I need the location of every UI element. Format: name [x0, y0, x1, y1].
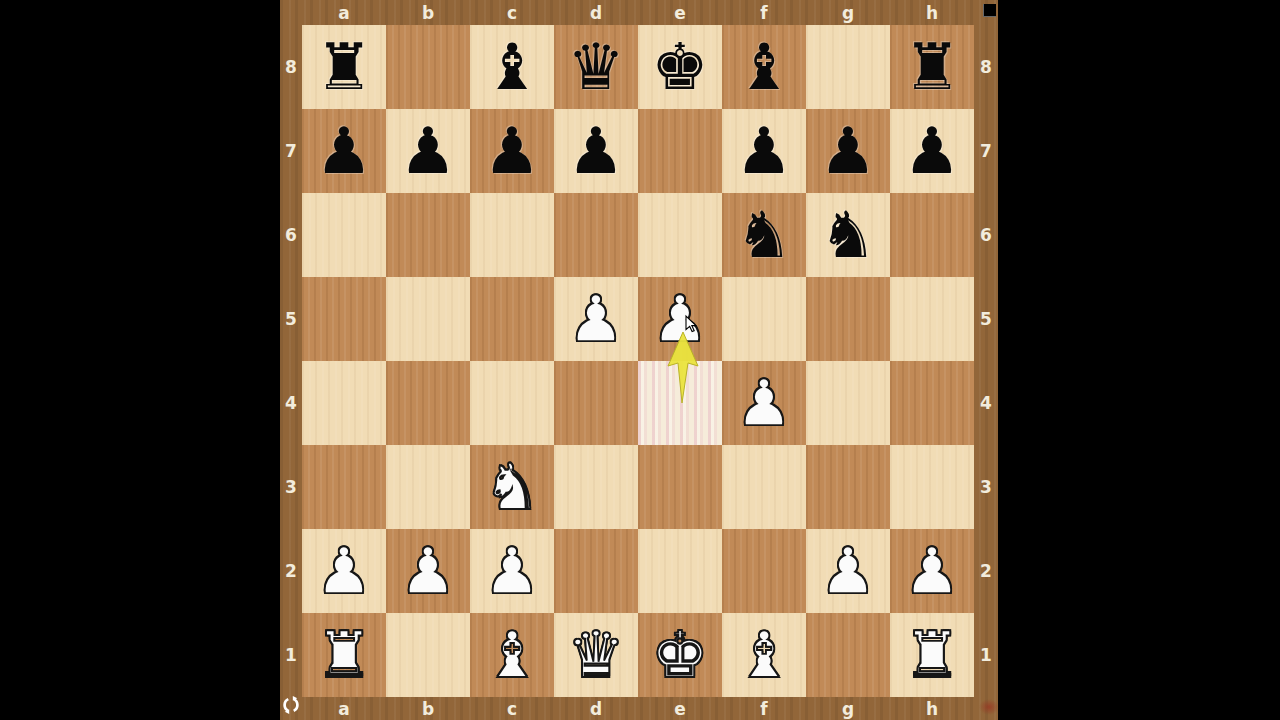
- rank-label-8: 8: [280, 25, 302, 109]
- piece-white-pawn[interactable]: ♟: [386, 529, 470, 613]
- square-e3[interactable]: [638, 445, 722, 529]
- square-c2[interactable]: ♟: [470, 529, 554, 613]
- file-label-g: g: [806, 0, 890, 25]
- square-g8[interactable]: [806, 25, 890, 109]
- square-d3[interactable]: [554, 445, 638, 529]
- rank-label-2: 2: [974, 529, 998, 613]
- square-a6[interactable]: [302, 193, 386, 277]
- square-e5[interactable]: ♟: [638, 277, 722, 361]
- piece-black-king[interactable]: ♚: [638, 25, 722, 109]
- piece-black-rook[interactable]: ♜: [302, 25, 386, 109]
- file-labels-bottom: abcdefgh: [302, 697, 974, 720]
- piece-white-rook[interactable]: ♜: [302, 613, 386, 697]
- square-f6[interactable]: ♞: [722, 193, 806, 277]
- square-h4[interactable]: [890, 361, 974, 445]
- square-c6[interactable]: [470, 193, 554, 277]
- file-label-h: h: [890, 697, 974, 720]
- square-a2[interactable]: ♟: [302, 529, 386, 613]
- rank-label-6: 6: [974, 193, 998, 277]
- file-label-d: d: [554, 697, 638, 720]
- rank-label-3: 3: [280, 445, 302, 529]
- square-d1[interactable]: ♛: [554, 613, 638, 697]
- square-d7[interactable]: ♟: [554, 109, 638, 193]
- rank-label-6: 6: [280, 193, 302, 277]
- board-grid: ♜♝♛♚♝♜♟♟♟♟♟♟♟♞♞♟♟♟♞♟♟♟♟♟♜♝♛♚♝♜: [302, 25, 974, 697]
- piece-black-pawn[interactable]: ♟: [554, 109, 638, 193]
- piece-black-pawn[interactable]: ♟: [722, 109, 806, 193]
- piece-white-rook[interactable]: ♜: [890, 613, 974, 697]
- square-c4[interactable]: [470, 361, 554, 445]
- piece-black-knight[interactable]: ♞: [722, 193, 806, 277]
- rank-label-7: 7: [974, 109, 998, 193]
- square-g1[interactable]: [806, 613, 890, 697]
- square-e4[interactable]: [638, 361, 722, 445]
- file-labels-top: abcdefgh: [302, 0, 974, 25]
- file-label-b: b: [386, 697, 470, 720]
- square-f5[interactable]: [722, 277, 806, 361]
- square-a7[interactable]: ♟: [302, 109, 386, 193]
- square-e8[interactable]: ♚: [638, 25, 722, 109]
- file-label-d: d: [554, 0, 638, 25]
- square-b2[interactable]: ♟: [386, 529, 470, 613]
- piece-black-knight[interactable]: ♞: [806, 193, 890, 277]
- piece-white-king[interactable]: ♚: [638, 613, 722, 697]
- file-label-a: a: [302, 697, 386, 720]
- square-g5[interactable]: [806, 277, 890, 361]
- piece-black-pawn[interactable]: ♟: [806, 109, 890, 193]
- piece-white-knight[interactable]: ♞: [470, 445, 554, 529]
- square-e7[interactable]: [638, 109, 722, 193]
- square-c3[interactable]: ♞: [470, 445, 554, 529]
- piece-white-bishop[interactable]: ♝: [722, 613, 806, 697]
- square-e2[interactable]: [638, 529, 722, 613]
- square-a4[interactable]: [302, 361, 386, 445]
- square-h6[interactable]: [890, 193, 974, 277]
- rank-label-1: 1: [974, 613, 998, 697]
- rank-label-1: 1: [280, 613, 302, 697]
- square-d5[interactable]: ♟: [554, 277, 638, 361]
- square-c5[interactable]: [470, 277, 554, 361]
- rank-label-4: 4: [280, 361, 302, 445]
- piece-white-pawn[interactable]: ♟: [302, 529, 386, 613]
- file-label-e: e: [638, 0, 722, 25]
- square-h5[interactable]: [890, 277, 974, 361]
- square-b4[interactable]: [386, 361, 470, 445]
- square-e6[interactable]: [638, 193, 722, 277]
- piece-black-pawn[interactable]: ♟: [470, 109, 554, 193]
- square-h1[interactable]: ♜: [890, 613, 974, 697]
- chess-board: abcdefgh 87654321 87654321 abcdefgh ♜♝♛♚…: [280, 0, 998, 720]
- rank-labels-left: 87654321: [280, 25, 302, 697]
- square-b8[interactable]: [386, 25, 470, 109]
- rank-label-8: 8: [974, 25, 998, 109]
- rank-label-4: 4: [974, 361, 998, 445]
- square-f8[interactable]: ♝: [722, 25, 806, 109]
- piece-black-pawn[interactable]: ♟: [302, 109, 386, 193]
- piece-black-pawn[interactable]: ♟: [386, 109, 470, 193]
- square-e1[interactable]: ♚: [638, 613, 722, 697]
- square-c7[interactable]: ♟: [470, 109, 554, 193]
- piece-white-pawn[interactable]: ♟: [806, 529, 890, 613]
- square-d8[interactable]: ♛: [554, 25, 638, 109]
- square-b7[interactable]: ♟: [386, 109, 470, 193]
- file-label-f: f: [722, 0, 806, 25]
- square-f2[interactable]: [722, 529, 806, 613]
- file-label-c: c: [470, 697, 554, 720]
- file-label-f: f: [722, 697, 806, 720]
- piece-black-pawn[interactable]: ♟: [890, 109, 974, 193]
- square-a1[interactable]: ♜: [302, 613, 386, 697]
- file-label-b: b: [386, 0, 470, 25]
- piece-black-rook[interactable]: ♜: [890, 25, 974, 109]
- square-c8[interactable]: ♝: [470, 25, 554, 109]
- piece-white-bishop[interactable]: ♝: [470, 613, 554, 697]
- stop-icon[interactable]: [983, 4, 996, 17]
- file-label-a: a: [302, 0, 386, 25]
- piece-white-queen[interactable]: ♛: [554, 613, 638, 697]
- square-f4[interactable]: ♟: [722, 361, 806, 445]
- square-h2[interactable]: ♟: [890, 529, 974, 613]
- rank-label-7: 7: [280, 109, 302, 193]
- rank-label-2: 2: [280, 529, 302, 613]
- square-g4[interactable]: [806, 361, 890, 445]
- square-d6[interactable]: [554, 193, 638, 277]
- flip-board-icon[interactable]: [282, 696, 300, 714]
- square-d4[interactable]: [554, 361, 638, 445]
- file-label-e: e: [638, 697, 722, 720]
- square-b3[interactable]: [386, 445, 470, 529]
- watermark-smudge: [979, 699, 999, 715]
- square-g6[interactable]: ♞: [806, 193, 890, 277]
- square-d2[interactable]: [554, 529, 638, 613]
- piece-black-queen[interactable]: ♛: [554, 25, 638, 109]
- piece-black-bishop[interactable]: ♝: [470, 25, 554, 109]
- square-f7[interactable]: ♟: [722, 109, 806, 193]
- square-g2[interactable]: ♟: [806, 529, 890, 613]
- file-label-g: g: [806, 697, 890, 720]
- square-a8[interactable]: ♜: [302, 25, 386, 109]
- rank-label-5: 5: [974, 277, 998, 361]
- square-h8[interactable]: ♜: [890, 25, 974, 109]
- square-g7[interactable]: ♟: [806, 109, 890, 193]
- square-h7[interactable]: ♟: [890, 109, 974, 193]
- square-b6[interactable]: [386, 193, 470, 277]
- square-b1[interactable]: [386, 613, 470, 697]
- piece-white-pawn[interactable]: ♟: [890, 529, 974, 613]
- square-c1[interactable]: ♝: [470, 613, 554, 697]
- square-h3[interactable]: [890, 445, 974, 529]
- rank-label-3: 3: [974, 445, 998, 529]
- rank-labels-right: 87654321: [974, 25, 998, 697]
- video-frame: abcdefgh 87654321 87654321 abcdefgh ♜♝♛♚…: [0, 0, 1280, 720]
- square-g3[interactable]: [806, 445, 890, 529]
- file-label-c: c: [470, 0, 554, 25]
- piece-white-pawn[interactable]: ♟: [554, 277, 638, 361]
- piece-black-bishop[interactable]: ♝: [722, 25, 806, 109]
- square-f1[interactable]: ♝: [722, 613, 806, 697]
- square-a5[interactable]: [302, 277, 386, 361]
- piece-white-pawn[interactable]: ♟: [722, 361, 806, 445]
- square-b5[interactable]: [386, 277, 470, 361]
- rank-label-5: 5: [280, 277, 302, 361]
- file-label-h: h: [890, 0, 974, 25]
- piece-white-pawn[interactable]: ♟: [470, 529, 554, 613]
- square-f3[interactable]: [722, 445, 806, 529]
- square-a3[interactable]: [302, 445, 386, 529]
- piece-white-pawn[interactable]: ♟: [638, 277, 722, 361]
